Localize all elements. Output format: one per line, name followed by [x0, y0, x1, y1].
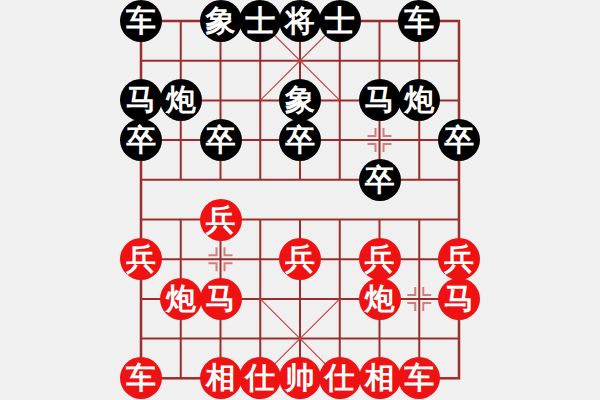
- piece-black-chariot[interactable]: 车: [398, 0, 440, 42]
- piece-red-soldier[interactable]: 兵: [120, 238, 162, 280]
- piece-red-advisor[interactable]: 仕: [239, 357, 281, 399]
- piece-black-soldier[interactable]: 卒: [438, 119, 480, 161]
- piece-red-chariot[interactable]: 车: [398, 357, 440, 399]
- piece-black-cannon[interactable]: 炮: [160, 79, 202, 121]
- piece-black-advisor[interactable]: 士: [239, 0, 281, 42]
- piece-red-advisor[interactable]: 仕: [319, 357, 361, 399]
- piece-red-general[interactable]: 帅: [279, 357, 321, 399]
- piece-black-general[interactable]: 将: [279, 0, 321, 42]
- piece-red-soldier[interactable]: 兵: [438, 238, 480, 280]
- piece-red-cannon[interactable]: 炮: [160, 278, 202, 320]
- piece-black-soldier[interactable]: 卒: [359, 159, 401, 201]
- piece-black-elephant[interactable]: 象: [279, 79, 321, 121]
- piece-red-elephant[interactable]: 相: [200, 357, 242, 399]
- piece-black-horse[interactable]: 马: [359, 79, 401, 121]
- piece-black-horse[interactable]: 马: [120, 79, 162, 121]
- piece-red-horse[interactable]: 马: [438, 278, 480, 320]
- piece-black-elephant[interactable]: 象: [200, 0, 242, 42]
- piece-black-cannon[interactable]: 炮: [398, 79, 440, 121]
- xiangqi-board[interactable]: 车象士将士车马炮象马炮卒卒卒卒卒兵兵兵兵兵炮马炮马车相仕帅仕相车: [0, 0, 600, 400]
- piece-red-chariot[interactable]: 车: [120, 357, 162, 399]
- pieces-layer: 车象士将士车马炮象马炮卒卒卒卒卒兵兵兵兵兵炮马炮马车相仕帅仕相车: [0, 0, 600, 400]
- piece-black-advisor[interactable]: 士: [319, 0, 361, 42]
- piece-black-chariot[interactable]: 车: [120, 0, 162, 42]
- piece-red-soldier[interactable]: 兵: [359, 238, 401, 280]
- piece-red-cannon[interactable]: 炮: [359, 278, 401, 320]
- piece-red-elephant[interactable]: 相: [359, 357, 401, 399]
- piece-red-soldier[interactable]: 兵: [200, 199, 242, 241]
- piece-red-soldier[interactable]: 兵: [279, 238, 321, 280]
- piece-black-soldier[interactable]: 卒: [279, 119, 321, 161]
- piece-black-soldier[interactable]: 卒: [120, 119, 162, 161]
- piece-black-soldier[interactable]: 卒: [200, 119, 242, 161]
- piece-red-horse[interactable]: 马: [200, 278, 242, 320]
